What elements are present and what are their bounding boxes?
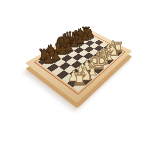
chess-board — [25, 28, 132, 103]
chess-set-photo: ♜♞♝♛♚♝♞♜♟♟♟♟♟♟♟♟♟♟♟♟♟♟♟♟♜♞♝♛♚♝♞♜ — [0, 0, 150, 150]
board-sheen — [25, 28, 132, 103]
